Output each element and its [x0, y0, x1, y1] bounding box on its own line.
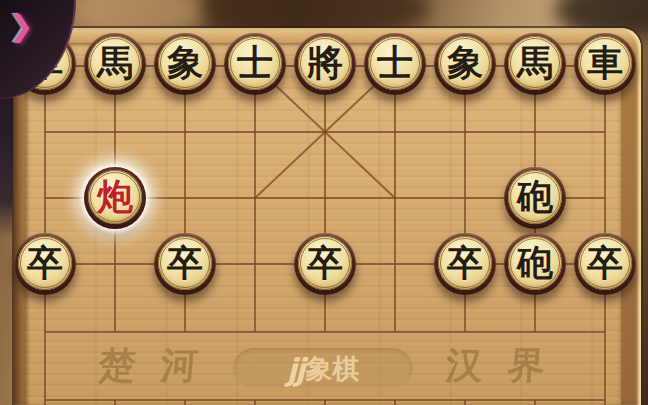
piece-face: 士: [368, 36, 422, 90]
piece-glyph: 象: [438, 36, 492, 90]
piece-face: 卒: [578, 236, 632, 290]
piece-glyph: 砲: [508, 170, 562, 224]
piece-glyph: 炮: [88, 170, 142, 224]
app-logo-jj: jj: [287, 352, 304, 387]
piece-glyph: 士: [228, 36, 282, 90]
river-label-han-jie: 汉界: [444, 344, 572, 386]
piece-glyph: 卒: [18, 236, 72, 290]
piece-black-general[interactable]: 將: [294, 33, 356, 95]
chevron-right-icon[interactable]: ❯: [9, 6, 49, 46]
piece-black-horse[interactable]: 馬: [504, 33, 566, 95]
piece-glyph: 卒: [298, 236, 352, 290]
xiangqi-app-screen: 楚河 jj 象棋 汉界 車馬象士將士象馬車炮砲卒卒卒卒砲卒 ❯: [0, 0, 648, 405]
piece-black-cannon[interactable]: 砲: [504, 233, 566, 295]
piece-black-cannon[interactable]: 砲: [504, 167, 566, 229]
piece-face: 砲: [508, 170, 562, 224]
piece-glyph: 將: [298, 36, 352, 90]
piece-face: 卒: [18, 236, 72, 290]
piece-glyph: 卒: [158, 236, 212, 290]
piece-black-soldier[interactable]: 卒: [294, 233, 356, 295]
piece-face: 馬: [88, 36, 142, 90]
piece-black-soldier[interactable]: 卒: [154, 233, 216, 295]
piece-glyph: 象: [158, 36, 212, 90]
piece-glyph: 士: [368, 36, 422, 90]
piece-black-soldier[interactable]: 卒: [574, 233, 636, 295]
piece-black-advisor[interactable]: 士: [364, 33, 426, 95]
piece-face: 卒: [298, 236, 352, 290]
piece-black-chariot[interactable]: 車: [574, 33, 636, 95]
piece-face: 象: [158, 36, 212, 90]
app-logo-badge: jj 象棋: [233, 348, 413, 390]
piece-black-soldier[interactable]: 卒: [14, 233, 76, 295]
piece-face: 炮: [88, 170, 142, 224]
piece-black-horse[interactable]: 馬: [84, 33, 146, 95]
piece-black-soldier[interactable]: 卒: [434, 233, 496, 295]
piece-face: 卒: [438, 236, 492, 290]
piece-glyph: 卒: [438, 236, 492, 290]
piece-glyph: 卒: [578, 236, 632, 290]
piece-glyph: 馬: [88, 36, 142, 90]
river-label-chu-he: 楚河: [97, 344, 225, 386]
piece-black-elephant[interactable]: 象: [154, 33, 216, 95]
piece-black-elephant[interactable]: 象: [434, 33, 496, 95]
piece-glyph: 車: [578, 36, 632, 90]
piece-glyph: 馬: [508, 36, 562, 90]
piece-red-cannon[interactable]: 炮: [84, 167, 146, 229]
piece-face: 象: [438, 36, 492, 90]
piece-face: 馬: [508, 36, 562, 90]
app-logo-name: 象棋: [305, 351, 359, 387]
piece-glyph: 砲: [508, 236, 562, 290]
piece-face: 車: [578, 36, 632, 90]
piece-face: 砲: [508, 236, 562, 290]
piece-face: 卒: [158, 236, 212, 290]
piece-black-advisor[interactable]: 士: [224, 33, 286, 95]
piece-face: 士: [228, 36, 282, 90]
piece-face: 將: [298, 36, 352, 90]
